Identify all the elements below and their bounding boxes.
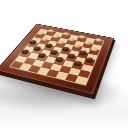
- square-r1c8[interactable]: [93, 40, 103, 46]
- square-r6c8[interactable]: [81, 64, 93, 72]
- board-tilt-wrapper: [1, 28, 119, 88]
- checker-light[interactable]: [36, 31, 44, 35]
- square-r7c1[interactable]: [15, 56, 28, 63]
- checker-dark[interactable]: [50, 50, 59, 55]
- checker-light[interactable]: [78, 35, 86, 40]
- checker-dark[interactable]: [21, 49, 31, 54]
- checker-dark[interactable]: [33, 46, 42, 51]
- square-r7c7[interactable]: [69, 68, 81, 76]
- checkers-board: [0, 24, 114, 96]
- checker-dark[interactable]: [55, 56, 64, 62]
- checker-light[interactable]: [62, 32, 70, 36]
- checker-light[interactable]: [47, 29, 55, 33]
- checker-dark[interactable]: [85, 57, 94, 63]
- square-r8c3[interactable]: [28, 65, 41, 73]
- square-r8c8[interactable]: [75, 76, 88, 85]
- checker-light[interactable]: [90, 47, 99, 52]
- board-scene: [10, 3, 110, 103]
- checker-dark[interactable]: [79, 50, 88, 55]
- checker-light[interactable]: [73, 44, 82, 49]
- square-r8c5[interactable]: [46, 69, 59, 77]
- checker-dark[interactable]: [61, 46, 70, 51]
- checker-light[interactable]: [94, 38, 102, 43]
- board-grid: [11, 29, 104, 84]
- checker-dark[interactable]: [73, 60, 82, 66]
- photo-background: [0, 0, 128, 128]
- checker-dark[interactable]: [29, 40, 38, 45]
- checker-light[interactable]: [84, 41, 92, 46]
- checker-light[interactable]: [51, 34, 59, 38]
- checker-dark[interactable]: [67, 53, 76, 59]
- checker-dark[interactable]: [45, 43, 54, 48]
- checker-dark[interactable]: [37, 53, 47, 59]
- square-r6c5[interactable]: [54, 58, 66, 65]
- checker-light[interactable]: [56, 40, 65, 45]
- checker-light[interactable]: [40, 37, 49, 42]
- square-r7c4[interactable]: [41, 61, 54, 69]
- square-r7c2[interactable]: [24, 58, 37, 65]
- checker-light[interactable]: [67, 37, 75, 42]
